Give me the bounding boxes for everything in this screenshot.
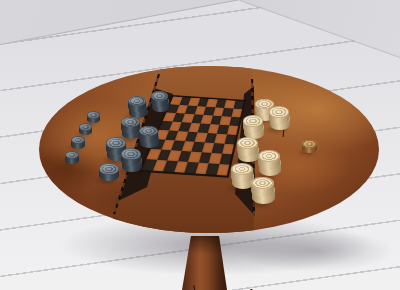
games-table-photo [0, 0, 400, 290]
checker-top [269, 106, 289, 117]
checker-top [87, 111, 100, 118]
checker-slate-grey [128, 96, 146, 112]
checker-slate-grey [79, 123, 92, 135]
checker-slate-grey [87, 111, 100, 123]
checker-top [128, 96, 146, 106]
checker-slate-grey [139, 126, 158, 143]
checker-top [151, 91, 168, 101]
checker-tan-boxwood [302, 140, 317, 154]
checker-slate-grey [71, 136, 85, 149]
checker-slate-grey [151, 91, 168, 106]
checker-ivory [243, 115, 263, 133]
checker-top [71, 136, 85, 144]
checker-slate-grey [121, 117, 140, 134]
checker-slate-grey [121, 148, 141, 166]
checker-top [237, 137, 258, 149]
checker-top [243, 115, 263, 126]
checker-top [65, 151, 79, 159]
checker-ivory [237, 137, 258, 156]
checkers-pieces-layer [39, 66, 379, 233]
checker-top [231, 163, 253, 175]
checker-ivory [251, 177, 274, 198]
checker-top [139, 126, 158, 137]
checker-top [251, 177, 274, 190]
checker-top [121, 117, 140, 128]
checker-top [106, 137, 126, 148]
checker-ivory [269, 106, 289, 124]
checker-top [79, 123, 92, 130]
checker-top [99, 163, 119, 174]
checker-top [121, 148, 141, 159]
table-surface [39, 66, 379, 233]
checker-slate-grey [99, 163, 119, 181]
checker-top [302, 140, 317, 148]
checker-top [258, 150, 280, 162]
checker-slate-grey [65, 151, 79, 164]
checker-ivory [258, 150, 280, 170]
